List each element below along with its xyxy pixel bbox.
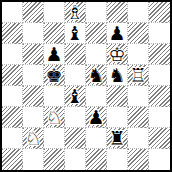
- square-e7[interactable]: [86, 23, 107, 44]
- white-knight-outline: ♘: [44, 107, 64, 127]
- square-f1[interactable]: [107, 149, 128, 170]
- piece-black-knight-e5[interactable]: ♞: [86, 65, 106, 85]
- white-bishop-fill: ♝: [65, 2, 85, 22]
- piece-black-pawn-c6[interactable]: ♟: [44, 44, 64, 64]
- white-rook-outline: ♖: [128, 65, 148, 85]
- square-c4[interactable]: [44, 86, 65, 107]
- square-d6[interactable]: [65, 44, 86, 65]
- piece-white-bishop-d8[interactable]: ♝♗: [65, 2, 85, 22]
- square-e1[interactable]: [86, 149, 107, 170]
- white-knight-fill: ♞: [44, 107, 64, 127]
- piece-white-king-f6[interactable]: ♚♔: [107, 44, 127, 64]
- square-h4[interactable]: [149, 86, 170, 107]
- white-bishop-outline: ♗: [65, 2, 85, 22]
- square-h3[interactable]: [149, 107, 170, 128]
- piece-black-knight-f5[interactable]: ♞: [107, 65, 127, 85]
- square-a7[interactable]: [2, 23, 23, 44]
- square-c3[interactable]: ♞♘: [44, 107, 65, 128]
- square-c5[interactable]: ♚: [44, 65, 65, 86]
- black-knight-glyph: ♞: [86, 65, 106, 85]
- piece-black-rook-f2[interactable]: ♜: [107, 128, 127, 148]
- square-a1[interactable]: [2, 149, 23, 170]
- piece-black-bishop-d4[interactable]: ♝: [65, 86, 85, 106]
- piece-black-pawn-e3[interactable]: ♟: [86, 107, 106, 127]
- square-b7[interactable]: [23, 23, 44, 44]
- square-g4[interactable]: [128, 86, 149, 107]
- square-h8[interactable]: [149, 2, 170, 23]
- square-h1[interactable]: [149, 149, 170, 170]
- square-g3[interactable]: [128, 107, 149, 128]
- black-pawn-glyph: ♟: [44, 44, 64, 64]
- square-g6[interactable]: [128, 44, 149, 65]
- square-d4[interactable]: ♝: [65, 86, 86, 107]
- square-b8[interactable]: [23, 2, 44, 23]
- white-knight-outline: ♘: [23, 128, 43, 148]
- square-e5[interactable]: ♞: [86, 65, 107, 86]
- square-e8[interactable]: [86, 2, 107, 23]
- black-bishop-glyph: ♝: [65, 23, 85, 43]
- square-d5[interactable]: [65, 65, 86, 86]
- piece-white-knight-b2[interactable]: ♞♘: [23, 128, 43, 148]
- square-a5[interactable]: [2, 65, 23, 86]
- black-rook-glyph: ♜: [107, 128, 127, 148]
- square-h5[interactable]: [149, 65, 170, 86]
- square-e4[interactable]: [86, 86, 107, 107]
- black-bishop-glyph: ♝: [65, 86, 85, 106]
- square-b1[interactable]: [23, 149, 44, 170]
- square-d7[interactable]: ♝: [65, 23, 86, 44]
- piece-white-knight-c3[interactable]: ♞♘: [44, 107, 64, 127]
- square-e2[interactable]: [86, 128, 107, 149]
- white-king-outline: ♔: [107, 44, 127, 64]
- square-c2[interactable]: [44, 128, 65, 149]
- square-g7[interactable]: [128, 23, 149, 44]
- square-f3[interactable]: [107, 107, 128, 128]
- white-knight-fill: ♞: [23, 128, 43, 148]
- square-g2[interactable]: [128, 128, 149, 149]
- square-f8[interactable]: [107, 2, 128, 23]
- square-a8[interactable]: [2, 2, 23, 23]
- square-c1[interactable]: [44, 149, 65, 170]
- square-a4[interactable]: [2, 86, 23, 107]
- square-f7[interactable]: ♟: [107, 23, 128, 44]
- square-h7[interactable]: [149, 23, 170, 44]
- square-e6[interactable]: [86, 44, 107, 65]
- square-a6[interactable]: [2, 44, 23, 65]
- square-c8[interactable]: [44, 2, 65, 23]
- chess-board-frame: ♝♗♝♟♟♚♔♚♞♞♜♖♝♞♘♟♞♘♜: [0, 0, 172, 172]
- piece-black-pawn-f7[interactable]: ♟: [107, 23, 127, 43]
- white-rook-fill: ♜: [128, 65, 148, 85]
- square-d2[interactable]: [65, 128, 86, 149]
- square-c7[interactable]: [44, 23, 65, 44]
- piece-black-bishop-d7[interactable]: ♝: [65, 23, 85, 43]
- square-f4[interactable]: [107, 86, 128, 107]
- square-b4[interactable]: [23, 86, 44, 107]
- white-king-fill: ♚: [107, 44, 127, 64]
- square-g8[interactable]: [128, 2, 149, 23]
- square-f6[interactable]: ♚♔: [107, 44, 128, 65]
- black-king-glyph: ♚: [44, 65, 64, 85]
- square-h6[interactable]: [149, 44, 170, 65]
- piece-black-king-c5[interactable]: ♚: [44, 65, 64, 85]
- black-pawn-glyph: ♟: [107, 23, 127, 43]
- black-knight-glyph: ♞: [107, 65, 127, 85]
- black-pawn-glyph: ♟: [86, 107, 106, 127]
- square-f5[interactable]: ♞: [107, 65, 128, 86]
- square-f2[interactable]: ♜: [107, 128, 128, 149]
- square-b3[interactable]: [23, 107, 44, 128]
- chess-board: ♝♗♝♟♟♚♔♚♞♞♜♖♝♞♘♟♞♘♜: [2, 2, 170, 170]
- square-d3[interactable]: [65, 107, 86, 128]
- square-b2[interactable]: ♞♘: [23, 128, 44, 149]
- square-a3[interactable]: [2, 107, 23, 128]
- square-e3[interactable]: ♟: [86, 107, 107, 128]
- square-b5[interactable]: [23, 65, 44, 86]
- square-d1[interactable]: [65, 149, 86, 170]
- piece-white-rook-g5[interactable]: ♜♖: [128, 65, 148, 85]
- square-c6[interactable]: ♟: [44, 44, 65, 65]
- square-d8[interactable]: ♝♗: [65, 2, 86, 23]
- square-h2[interactable]: [149, 128, 170, 149]
- square-g1[interactable]: [128, 149, 149, 170]
- square-g5[interactable]: ♜♖: [128, 65, 149, 86]
- square-b6[interactable]: [23, 44, 44, 65]
- square-a2[interactable]: [2, 128, 23, 149]
